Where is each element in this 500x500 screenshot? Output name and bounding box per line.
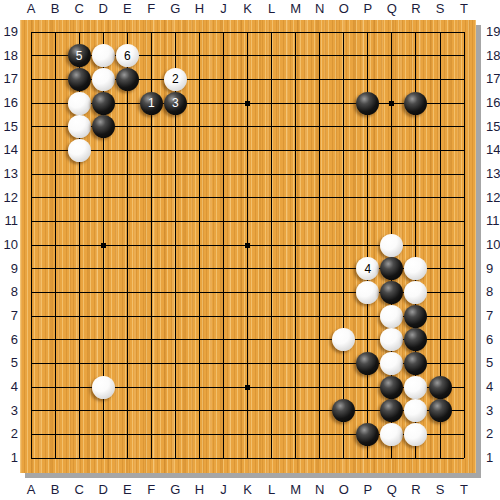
go-board-app: ABCDEFGHJKLMNOPQRST ABCDEFGHJKLMNOPQRST … [0, 0, 500, 500]
coord-label-right-7: 7 [486, 309, 500, 323]
coord-label-left-11: 11 [0, 214, 18, 228]
coord-label-top-D: D [94, 2, 112, 16]
move-number-2: 2 [172, 73, 179, 85]
coord-label-right-2: 2 [486, 427, 500, 441]
stone-black-F16: 1 [140, 92, 163, 115]
coord-label-right-17: 17 [486, 72, 500, 86]
stone-black-D16 [92, 92, 115, 115]
coord-label-right-5: 5 [486, 356, 500, 370]
coord-label-right-9: 9 [486, 262, 500, 276]
stone-black-S3 [429, 399, 452, 422]
stone-black-E17 [116, 68, 139, 91]
move-number-3: 3 [172, 97, 179, 109]
stone-white-D4 [92, 376, 115, 399]
move-number-5: 5 [76, 50, 83, 62]
coord-label-bottom-C: C [70, 483, 88, 497]
coord-label-left-19: 19 [0, 25, 18, 39]
coord-label-left-7: 7 [0, 309, 18, 323]
coord-label-top-K: K [239, 2, 257, 16]
coord-label-right-3: 3 [486, 404, 500, 418]
coord-label-left-9: 9 [0, 262, 18, 276]
coord-label-bottom-E: E [118, 483, 136, 497]
coord-label-right-18: 18 [486, 49, 500, 63]
coord-label-top-Q: Q [383, 2, 401, 16]
coord-label-bottom-K: K [239, 483, 257, 497]
stone-black-Q4 [380, 376, 403, 399]
stone-black-C18: 5 [68, 44, 91, 67]
coord-label-top-N: N [311, 2, 329, 16]
coord-label-left-15: 15 [0, 120, 18, 134]
coord-label-bottom-F: F [142, 483, 160, 497]
coord-label-right-12: 12 [486, 191, 500, 205]
stone-black-G16: 3 [164, 92, 187, 115]
stone-black-C17 [68, 68, 91, 91]
stone-white-R4 [404, 376, 427, 399]
coord-label-top-F: F [142, 2, 160, 16]
move-number-4: 4 [364, 263, 371, 275]
coord-label-right-4: 4 [486, 380, 500, 394]
coord-label-left-6: 6 [0, 333, 18, 347]
stone-black-R7 [404, 305, 427, 328]
coord-label-bottom-A: A [22, 483, 40, 497]
coord-label-top-M: M [287, 2, 305, 16]
coord-label-right-11: 11 [486, 214, 500, 228]
coord-label-bottom-M: M [287, 483, 305, 497]
coord-label-right-16: 16 [486, 96, 500, 110]
stone-black-P16 [356, 92, 379, 115]
coord-label-top-T: T [455, 2, 473, 16]
coord-label-left-1: 1 [0, 451, 18, 465]
coord-label-right-6: 6 [486, 333, 500, 347]
coord-label-top-L: L [263, 2, 281, 16]
coord-label-left-2: 2 [0, 427, 18, 441]
coord-label-top-H: H [190, 2, 208, 16]
coord-label-bottom-H: H [190, 483, 208, 497]
move-number-1: 1 [148, 97, 155, 109]
stone-black-S4 [429, 376, 452, 399]
coord-label-right-8: 8 [486, 285, 500, 299]
coord-label-left-12: 12 [0, 191, 18, 205]
coord-label-top-B: B [46, 2, 64, 16]
coord-label-right-15: 15 [486, 120, 500, 134]
stone-black-R16 [404, 92, 427, 115]
coord-label-left-8: 8 [0, 285, 18, 299]
stone-white-C15 [68, 115, 91, 138]
stone-white-D17 [92, 68, 115, 91]
coord-label-left-10: 10 [0, 238, 18, 252]
stone-white-C14 [68, 139, 91, 162]
coord-label-right-19: 19 [486, 25, 500, 39]
stone-white-E18: 6 [116, 44, 139, 67]
coord-label-bottom-S: S [431, 483, 449, 497]
coord-label-top-P: P [359, 2, 377, 16]
coord-label-left-17: 17 [0, 72, 18, 86]
coord-label-bottom-L: L [263, 483, 281, 497]
coord-label-left-14: 14 [0, 143, 18, 157]
coord-label-bottom-Q: Q [383, 483, 401, 497]
coord-label-bottom-G: G [166, 483, 184, 497]
coord-label-top-J: J [214, 2, 232, 16]
stone-white-G17: 2 [164, 68, 187, 91]
coord-label-left-4: 4 [0, 380, 18, 394]
coord-label-top-A: A [22, 2, 40, 16]
coord-label-bottom-N: N [311, 483, 329, 497]
coord-label-left-13: 13 [0, 167, 18, 181]
coord-label-left-5: 5 [0, 356, 18, 370]
coord-label-bottom-J: J [214, 483, 232, 497]
coord-label-bottom-O: O [335, 483, 353, 497]
coord-label-top-R: R [407, 2, 425, 16]
coord-label-top-O: O [335, 2, 353, 16]
coord-label-bottom-B: B [46, 483, 64, 497]
coord-label-top-S: S [431, 2, 449, 16]
coord-label-top-E: E [118, 2, 136, 16]
move-number-6: 6 [124, 50, 131, 62]
coord-label-top-G: G [166, 2, 184, 16]
coord-label-right-14: 14 [486, 143, 500, 157]
stone-white-C16 [68, 92, 91, 115]
coord-label-right-13: 13 [486, 167, 500, 181]
coord-label-bottom-P: P [359, 483, 377, 497]
coord-label-left-3: 3 [0, 404, 18, 418]
coord-label-bottom-D: D [94, 483, 112, 497]
coord-label-bottom-R: R [407, 483, 425, 497]
coord-label-left-16: 16 [0, 96, 18, 110]
stone-white-Q10 [380, 234, 403, 257]
stone-black-D15 [92, 115, 115, 138]
stone-white-D18 [92, 44, 115, 67]
coord-label-bottom-T: T [455, 483, 473, 497]
coord-label-right-10: 10 [486, 238, 500, 252]
stone-white-Q7 [380, 305, 403, 328]
coord-label-right-1: 1 [486, 451, 500, 465]
coord-label-top-C: C [70, 2, 88, 16]
coord-label-left-18: 18 [0, 49, 18, 63]
